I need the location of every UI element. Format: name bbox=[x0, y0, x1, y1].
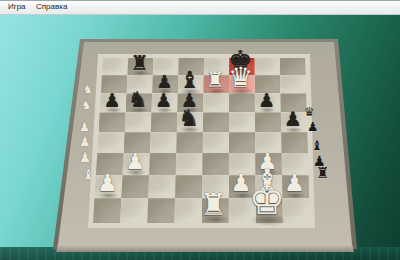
square-c3[interactable] bbox=[149, 153, 176, 175]
piece-black-pawn-c7[interactable]: ♟ bbox=[156, 74, 172, 92]
square-h1[interactable] bbox=[282, 198, 310, 223]
captured-black-rook: ♜ bbox=[316, 166, 329, 181]
square-e3[interactable] bbox=[202, 153, 229, 175]
square-g8[interactable] bbox=[255, 58, 281, 75]
square-f6[interactable] bbox=[229, 93, 255, 112]
square-d1[interactable] bbox=[174, 198, 202, 223]
square-b1[interactable] bbox=[120, 198, 148, 223]
square-a5[interactable] bbox=[99, 112, 126, 132]
piece-white-pawn-h2[interactable]: ♟ bbox=[284, 172, 305, 196]
piece-black-pawn-g6[interactable]: ♟ bbox=[258, 92, 275, 111]
piece-black-rook-b8[interactable]: ♜ bbox=[130, 53, 148, 73]
square-d3[interactable] bbox=[176, 153, 203, 175]
menu-item-help[interactable]: Справка bbox=[32, 1, 71, 13]
captured-black-bishop: ♝ bbox=[311, 139, 323, 152]
square-e6[interactable] bbox=[203, 93, 229, 112]
square-b2[interactable] bbox=[121, 175, 149, 198]
piece-white-king-g1[interactable]: ♚ bbox=[249, 180, 285, 221]
piece-black-knight-d5[interactable]: ♞ bbox=[179, 107, 200, 130]
piece-black-knight-b6[interactable]: ♞ bbox=[128, 89, 147, 111]
chess-titans-window: { "window": { "app": "Chess Titans", "me… bbox=[0, 0, 400, 260]
square-e4[interactable] bbox=[203, 132, 229, 153]
piece-white-pawn-a2[interactable]: ♟ bbox=[97, 172, 118, 196]
piece-white-rook-e1[interactable]: ♜ bbox=[200, 190, 227, 220]
square-g5[interactable] bbox=[255, 112, 281, 132]
square-f5[interactable] bbox=[229, 112, 255, 132]
captured-white-knight: ♞ bbox=[83, 84, 93, 95]
menu-bar: Игра Справка bbox=[0, 1, 400, 15]
square-c2[interactable] bbox=[148, 175, 175, 198]
piece-black-pawn-c6[interactable]: ♟ bbox=[155, 92, 172, 111]
square-c1[interactable] bbox=[147, 198, 175, 223]
square-h4[interactable] bbox=[281, 132, 308, 153]
piece-black-pawn-a6[interactable]: ♟ bbox=[104, 92, 121, 111]
square-b5[interactable] bbox=[125, 112, 152, 132]
square-c4[interactable] bbox=[150, 132, 177, 153]
piece-black-pawn-h5[interactable]: ♟ bbox=[284, 110, 302, 130]
square-f4[interactable] bbox=[229, 132, 255, 153]
captured-white-bishop: ♝ bbox=[82, 167, 95, 181]
captured-white-pawn: ♟ bbox=[79, 136, 90, 149]
square-a1[interactable] bbox=[93, 198, 121, 223]
square-e5[interactable] bbox=[203, 112, 229, 132]
piece-white-pawn-b3[interactable]: ♟ bbox=[125, 151, 145, 173]
square-h8[interactable] bbox=[280, 58, 306, 75]
captured-white-pawn: ♟ bbox=[79, 151, 91, 164]
captured-white-pawn: ♟ bbox=[79, 121, 90, 133]
square-c5[interactable] bbox=[151, 112, 178, 132]
board-frame-front bbox=[56, 244, 354, 252]
square-a8[interactable] bbox=[102, 58, 128, 75]
piece-white-rook-e7[interactable]: ♜ bbox=[206, 70, 225, 91]
captured-black-queen: ♛ bbox=[304, 106, 315, 118]
game-scene: « » « » ♜♚♟♝♜♛♟♞♟♟♟♞♟♟♟♟♟♝♟♜♚♞♞♟♟♟♝♛♟♝♟♜ bbox=[0, 14, 400, 260]
square-d2[interactable] bbox=[175, 175, 202, 198]
square-h7[interactable] bbox=[280, 75, 306, 93]
captured-white-knight: ♞ bbox=[81, 99, 91, 111]
piece-black-bishop-d7[interactable]: ♝ bbox=[179, 69, 200, 92]
menu-item-game[interactable]: Игра bbox=[4, 1, 30, 13]
piece-white-queen-f7[interactable]: ♛ bbox=[228, 64, 253, 92]
captured-black-pawn: ♟ bbox=[307, 121, 318, 134]
square-a4[interactable] bbox=[97, 132, 124, 153]
square-d4[interactable] bbox=[176, 132, 203, 153]
